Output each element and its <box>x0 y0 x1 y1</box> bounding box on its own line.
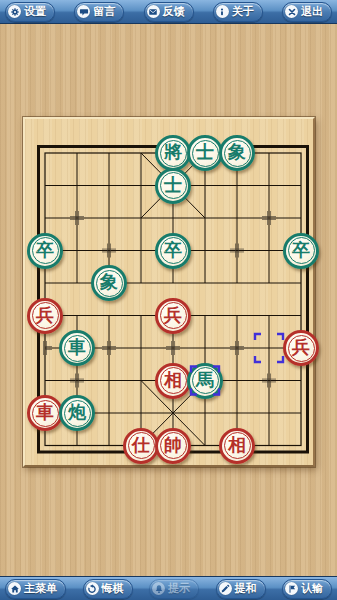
hint-button: 提示 <box>149 579 199 599</box>
undo-move-label: 悔棋 <box>102 581 124 596</box>
piece-glyph: 將 <box>164 143 182 161</box>
piece-black-horse[interactable]: 馬 <box>187 363 223 399</box>
gear-icon <box>8 5 21 18</box>
piece-black-elephant[interactable]: 象 <box>219 135 255 171</box>
piece-glyph: 帥 <box>164 436 182 454</box>
exit-button[interactable]: 退出 <box>282 2 332 22</box>
piece-glyph: 象 <box>228 143 246 161</box>
hint-label: 提示 <box>168 581 190 596</box>
piece-black-elephant[interactable]: 象 <box>91 265 127 301</box>
piece-black-chariot[interactable]: 車 <box>59 330 95 366</box>
piece-glyph: 仕 <box>132 436 150 454</box>
resign-button[interactable]: 认输 <box>282 579 332 599</box>
piece-glyph: 卒 <box>292 241 310 259</box>
info-icon <box>216 5 229 18</box>
piece-glyph: 士 <box>196 143 214 161</box>
piece-glyph: 兵 <box>36 306 54 324</box>
piece-glyph: 象 <box>100 273 118 291</box>
feedback-button[interactable]: 反馈 <box>144 2 194 22</box>
piece-glyph: 士 <box>164 176 182 194</box>
piece-glyph: 馬 <box>196 371 214 389</box>
piece-black-general[interactable]: 將 <box>155 135 191 171</box>
speech-bubble-icon <box>77 5 90 18</box>
piece-red-advisor[interactable]: 仕 <box>123 428 159 464</box>
piece-glyph: 車 <box>36 403 54 421</box>
about-button[interactable]: 关于 <box>213 2 263 22</box>
main-menu-button[interactable]: 主菜单 <box>5 579 66 599</box>
piece-black-soldier[interactable]: 卒 <box>155 233 191 269</box>
settings-button[interactable]: 设置 <box>5 2 55 22</box>
pencil-icon <box>219 582 232 595</box>
xiangqi-board[interactable]: 將士象士卒卒卒象兵兵車兵相馬車炮仕帥相 <box>23 117 315 467</box>
message-label: 留言 <box>93 4 115 19</box>
piece-black-advisor[interactable]: 士 <box>155 168 191 204</box>
piece-glyph: 相 <box>164 371 182 389</box>
offer-draw-label: 提和 <box>235 581 257 596</box>
piece-red-soldier[interactable]: 兵 <box>27 298 63 334</box>
piece-black-advisor[interactable]: 士 <box>187 135 223 171</box>
message-button[interactable]: 留言 <box>74 2 124 22</box>
main-menu-label: 主菜单 <box>24 581 57 596</box>
piece-glyph: 兵 <box>164 306 182 324</box>
piece-red-elephant[interactable]: 相 <box>155 363 191 399</box>
about-label: 关于 <box>232 4 254 19</box>
bottom-toolbar: 主菜单 悔棋 提示 提和 认输 <box>0 576 337 600</box>
home-icon <box>8 582 21 595</box>
piece-red-general[interactable]: 帥 <box>155 428 191 464</box>
piece-red-elephant[interactable]: 相 <box>219 428 255 464</box>
piece-black-cannon[interactable]: 炮 <box>59 395 95 431</box>
piece-black-soldier[interactable]: 卒 <box>283 233 319 269</box>
bell-icon <box>152 582 165 595</box>
piece-glyph: 兵 <box>292 338 310 356</box>
exit-label: 退出 <box>301 4 323 19</box>
feedback-label: 反馈 <box>163 4 185 19</box>
envelope-icon <box>147 5 160 18</box>
piece-black-soldier[interactable]: 卒 <box>27 233 63 269</box>
piece-glyph: 卒 <box>164 241 182 259</box>
undo-move-button[interactable]: 悔棋 <box>83 579 133 599</box>
close-icon <box>285 5 298 18</box>
piece-glyph: 相 <box>228 436 246 454</box>
piece-red-soldier[interactable]: 兵 <box>155 298 191 334</box>
piece-glyph: 炮 <box>68 403 86 421</box>
top-toolbar: 设置 留言 反馈 关于 退出 <box>0 0 337 24</box>
undo-arrow-icon <box>86 582 99 595</box>
piece-glyph: 卒 <box>36 241 54 259</box>
resign-label: 认输 <box>301 581 323 596</box>
settings-label: 设置 <box>24 4 46 19</box>
piece-red-soldier[interactable]: 兵 <box>283 330 319 366</box>
piece-glyph: 車 <box>68 338 86 356</box>
offer-draw-button[interactable]: 提和 <box>216 579 266 599</box>
flag-icon <box>285 582 298 595</box>
piece-red-chariot[interactable]: 車 <box>27 395 63 431</box>
